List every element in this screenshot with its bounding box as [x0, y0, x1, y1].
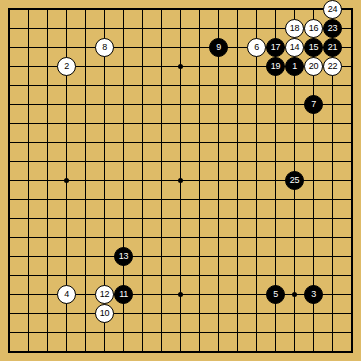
- intersection[interactable]: [57, 19, 76, 38]
- intersection[interactable]: [209, 342, 228, 361]
- intersection[interactable]: [342, 152, 361, 171]
- intersection[interactable]: [228, 95, 247, 114]
- intersection[interactable]: [38, 0, 57, 19]
- intersection[interactable]: [38, 323, 57, 342]
- intersection[interactable]: [76, 57, 95, 76]
- intersection[interactable]: [266, 190, 285, 209]
- intersection[interactable]: [152, 209, 171, 228]
- intersection[interactable]: [38, 285, 57, 304]
- intersection[interactable]: [57, 190, 76, 209]
- white-stone[interactable]: 2: [57, 57, 76, 76]
- intersection[interactable]: [171, 38, 190, 57]
- intersection[interactable]: [38, 209, 57, 228]
- intersection[interactable]: [285, 133, 304, 152]
- intersection[interactable]: [247, 171, 266, 190]
- intersection[interactable]: [209, 247, 228, 266]
- intersection[interactable]: [342, 323, 361, 342]
- intersection[interactable]: [133, 95, 152, 114]
- intersection[interactable]: [209, 95, 228, 114]
- intersection[interactable]: [323, 304, 342, 323]
- intersection[interactable]: [247, 19, 266, 38]
- white-stone[interactable]: 6: [247, 38, 266, 57]
- black-stone[interactable]: 17: [266, 38, 285, 57]
- intersection[interactable]: [285, 247, 304, 266]
- intersection[interactable]: [19, 95, 38, 114]
- black-stone[interactable]: 1: [285, 57, 304, 76]
- intersection[interactable]: [38, 19, 57, 38]
- intersection[interactable]: [152, 247, 171, 266]
- intersection[interactable]: [0, 304, 19, 323]
- intersection[interactable]: [114, 304, 133, 323]
- intersection[interactable]: [209, 228, 228, 247]
- intersection[interactable]: [114, 38, 133, 57]
- intersection[interactable]: [171, 57, 190, 76]
- intersection[interactable]: [285, 342, 304, 361]
- intersection[interactable]: [342, 0, 361, 19]
- intersection[interactable]: [304, 342, 323, 361]
- intersection[interactable]: [0, 76, 19, 95]
- intersection[interactable]: [76, 0, 95, 19]
- intersection[interactable]: [76, 152, 95, 171]
- intersection[interactable]: [114, 0, 133, 19]
- intersection[interactable]: [342, 228, 361, 247]
- intersection[interactable]: [133, 19, 152, 38]
- intersection[interactable]: 17: [266, 38, 285, 57]
- intersection[interactable]: [304, 0, 323, 19]
- intersection[interactable]: [0, 190, 19, 209]
- intersection[interactable]: [57, 114, 76, 133]
- intersection[interactable]: [228, 0, 247, 19]
- intersection[interactable]: [0, 114, 19, 133]
- intersection[interactable]: 10: [95, 304, 114, 323]
- intersection[interactable]: [95, 0, 114, 19]
- intersection[interactable]: [38, 304, 57, 323]
- intersection[interactable]: [228, 152, 247, 171]
- intersection[interactable]: [19, 228, 38, 247]
- intersection[interactable]: [247, 190, 266, 209]
- intersection[interactable]: [0, 0, 19, 19]
- intersection[interactable]: [19, 133, 38, 152]
- black-stone[interactable]: 23: [323, 19, 342, 38]
- intersection[interactable]: [114, 133, 133, 152]
- intersection[interactable]: [228, 266, 247, 285]
- intersection[interactable]: [304, 152, 323, 171]
- intersection[interactable]: [342, 133, 361, 152]
- intersection[interactable]: [114, 228, 133, 247]
- black-stone[interactable]: 9: [209, 38, 228, 57]
- intersection[interactable]: [19, 76, 38, 95]
- intersection[interactable]: [76, 266, 95, 285]
- intersection[interactable]: [247, 304, 266, 323]
- intersection[interactable]: [171, 171, 190, 190]
- intersection[interactable]: [171, 285, 190, 304]
- intersection[interactable]: [171, 266, 190, 285]
- intersection[interactable]: [152, 57, 171, 76]
- white-stone[interactable]: 10: [95, 304, 114, 323]
- intersection[interactable]: [0, 266, 19, 285]
- intersection[interactable]: [171, 76, 190, 95]
- intersection[interactable]: [266, 228, 285, 247]
- intersection[interactable]: [133, 228, 152, 247]
- intersection[interactable]: [209, 19, 228, 38]
- intersection[interactable]: [114, 209, 133, 228]
- intersection[interactable]: [285, 304, 304, 323]
- intersection[interactable]: [285, 285, 304, 304]
- black-stone[interactable]: 3: [304, 285, 323, 304]
- intersection[interactable]: [0, 152, 19, 171]
- intersection[interactable]: [266, 114, 285, 133]
- intersection[interactable]: [342, 266, 361, 285]
- intersection[interactable]: [304, 247, 323, 266]
- intersection[interactable]: [342, 190, 361, 209]
- intersection[interactable]: [38, 76, 57, 95]
- intersection[interactable]: [95, 228, 114, 247]
- intersection[interactable]: [76, 247, 95, 266]
- intersection[interactable]: [209, 57, 228, 76]
- intersection[interactable]: [323, 152, 342, 171]
- intersection[interactable]: [152, 323, 171, 342]
- intersection[interactable]: [57, 266, 76, 285]
- intersection[interactable]: [133, 114, 152, 133]
- intersection[interactable]: 2: [57, 57, 76, 76]
- intersection[interactable]: [228, 114, 247, 133]
- intersection[interactable]: [95, 323, 114, 342]
- intersection[interactable]: [133, 76, 152, 95]
- intersection[interactable]: [323, 209, 342, 228]
- intersection[interactable]: [190, 171, 209, 190]
- intersection[interactable]: [38, 152, 57, 171]
- intersection[interactable]: [38, 190, 57, 209]
- intersection[interactable]: [76, 171, 95, 190]
- intersection[interactable]: [133, 0, 152, 19]
- intersection[interactable]: [190, 133, 209, 152]
- intersection[interactable]: [171, 190, 190, 209]
- intersection[interactable]: [323, 266, 342, 285]
- intersection[interactable]: [247, 247, 266, 266]
- intersection[interactable]: [266, 0, 285, 19]
- intersection[interactable]: [171, 19, 190, 38]
- intersection[interactable]: [209, 190, 228, 209]
- intersection[interactable]: [152, 285, 171, 304]
- intersection[interactable]: [95, 209, 114, 228]
- intersection[interactable]: [323, 247, 342, 266]
- intersection[interactable]: [171, 95, 190, 114]
- intersection[interactable]: [76, 342, 95, 361]
- intersection[interactable]: 14: [285, 38, 304, 57]
- intersection[interactable]: [19, 285, 38, 304]
- intersection[interactable]: 21: [323, 38, 342, 57]
- intersection[interactable]: [190, 342, 209, 361]
- intersection[interactable]: [95, 76, 114, 95]
- intersection[interactable]: [228, 247, 247, 266]
- intersection[interactable]: 3: [304, 285, 323, 304]
- intersection[interactable]: [152, 190, 171, 209]
- intersection[interactable]: [285, 190, 304, 209]
- intersection[interactable]: [152, 95, 171, 114]
- intersection[interactable]: [266, 171, 285, 190]
- intersection[interactable]: [247, 76, 266, 95]
- intersection[interactable]: [323, 323, 342, 342]
- intersection[interactable]: [38, 247, 57, 266]
- white-stone[interactable]: 20: [304, 57, 323, 76]
- intersection[interactable]: [342, 38, 361, 57]
- intersection[interactable]: [76, 323, 95, 342]
- intersection[interactable]: [95, 190, 114, 209]
- intersection[interactable]: [190, 152, 209, 171]
- intersection[interactable]: [0, 19, 19, 38]
- intersection[interactable]: [342, 57, 361, 76]
- intersection[interactable]: [133, 342, 152, 361]
- intersection[interactable]: [285, 0, 304, 19]
- intersection[interactable]: [114, 76, 133, 95]
- intersection[interactable]: [76, 76, 95, 95]
- intersection[interactable]: [152, 171, 171, 190]
- intersection[interactable]: [76, 228, 95, 247]
- intersection[interactable]: [304, 209, 323, 228]
- intersection[interactable]: [76, 190, 95, 209]
- intersection[interactable]: [57, 76, 76, 95]
- intersection[interactable]: [114, 190, 133, 209]
- intersection[interactable]: [0, 323, 19, 342]
- intersection[interactable]: [114, 57, 133, 76]
- intersection[interactable]: 23: [323, 19, 342, 38]
- intersection[interactable]: [95, 133, 114, 152]
- black-stone[interactable]: 21: [323, 38, 342, 57]
- intersection[interactable]: [38, 38, 57, 57]
- intersection[interactable]: [171, 152, 190, 171]
- intersection[interactable]: [38, 342, 57, 361]
- intersection[interactable]: [190, 247, 209, 266]
- intersection[interactable]: [228, 323, 247, 342]
- intersection[interactable]: 18: [285, 19, 304, 38]
- intersection[interactable]: [247, 114, 266, 133]
- intersection[interactable]: [38, 228, 57, 247]
- intersection[interactable]: [114, 95, 133, 114]
- intersection[interactable]: [19, 190, 38, 209]
- intersection[interactable]: [76, 114, 95, 133]
- intersection[interactable]: 1: [285, 57, 304, 76]
- intersection[interactable]: [247, 323, 266, 342]
- intersection[interactable]: [76, 19, 95, 38]
- intersection[interactable]: [304, 171, 323, 190]
- intersection[interactable]: [285, 152, 304, 171]
- intersection[interactable]: [266, 152, 285, 171]
- intersection[interactable]: [285, 323, 304, 342]
- intersection[interactable]: [19, 171, 38, 190]
- intersection[interactable]: [95, 342, 114, 361]
- intersection[interactable]: [19, 247, 38, 266]
- intersection[interactable]: [152, 38, 171, 57]
- intersection[interactable]: 6: [247, 38, 266, 57]
- intersection[interactable]: [152, 152, 171, 171]
- intersection[interactable]: [342, 76, 361, 95]
- intersection[interactable]: 8: [95, 38, 114, 57]
- intersection[interactable]: [171, 304, 190, 323]
- intersection[interactable]: [0, 285, 19, 304]
- intersection[interactable]: [171, 342, 190, 361]
- intersection[interactable]: [304, 228, 323, 247]
- intersection[interactable]: [323, 190, 342, 209]
- intersection[interactable]: [342, 342, 361, 361]
- intersection[interactable]: [209, 76, 228, 95]
- intersection[interactable]: [133, 190, 152, 209]
- intersection[interactable]: [247, 57, 266, 76]
- intersection[interactable]: [0, 228, 19, 247]
- intersection[interactable]: [228, 171, 247, 190]
- intersection[interactable]: [114, 114, 133, 133]
- intersection[interactable]: [190, 95, 209, 114]
- white-stone[interactable]: 24: [323, 0, 342, 19]
- intersection[interactable]: [19, 209, 38, 228]
- intersection[interactable]: [57, 228, 76, 247]
- intersection[interactable]: [190, 285, 209, 304]
- intersection[interactable]: 11: [114, 285, 133, 304]
- intersection[interactable]: [247, 228, 266, 247]
- intersection[interactable]: [133, 247, 152, 266]
- intersection[interactable]: [95, 152, 114, 171]
- black-stone[interactable]: 25: [285, 171, 304, 190]
- intersection[interactable]: [266, 209, 285, 228]
- intersection[interactable]: [266, 19, 285, 38]
- intersection[interactable]: [209, 266, 228, 285]
- intersection[interactable]: 5: [266, 285, 285, 304]
- black-stone[interactable]: 15: [304, 38, 323, 57]
- intersection[interactable]: [171, 114, 190, 133]
- black-stone[interactable]: 13: [114, 247, 133, 266]
- white-stone[interactable]: 4: [57, 285, 76, 304]
- intersection[interactable]: [114, 323, 133, 342]
- intersection[interactable]: [266, 133, 285, 152]
- intersection[interactable]: [304, 133, 323, 152]
- intersection[interactable]: [114, 19, 133, 38]
- intersection[interactable]: [38, 114, 57, 133]
- intersection[interactable]: [228, 304, 247, 323]
- intersection[interactable]: [171, 133, 190, 152]
- intersection[interactable]: 20: [304, 57, 323, 76]
- intersection[interactable]: 12: [95, 285, 114, 304]
- intersection[interactable]: [323, 342, 342, 361]
- intersection[interactable]: [304, 76, 323, 95]
- intersection[interactable]: [133, 323, 152, 342]
- intersection[interactable]: [0, 57, 19, 76]
- intersection[interactable]: 9: [209, 38, 228, 57]
- intersection[interactable]: [342, 209, 361, 228]
- intersection[interactable]: [171, 323, 190, 342]
- intersection[interactable]: [57, 323, 76, 342]
- intersection[interactable]: 13: [114, 247, 133, 266]
- intersection[interactable]: [133, 266, 152, 285]
- intersection[interactable]: [133, 285, 152, 304]
- intersection[interactable]: [247, 152, 266, 171]
- intersection[interactable]: 7: [304, 95, 323, 114]
- intersection[interactable]: [76, 95, 95, 114]
- intersection[interactable]: [342, 304, 361, 323]
- intersection[interactable]: [323, 114, 342, 133]
- intersection[interactable]: [247, 95, 266, 114]
- intersection[interactable]: [190, 114, 209, 133]
- intersection[interactable]: [323, 285, 342, 304]
- intersection[interactable]: [266, 95, 285, 114]
- intersection[interactable]: [133, 38, 152, 57]
- intersection[interactable]: [190, 228, 209, 247]
- intersection[interactable]: [228, 57, 247, 76]
- white-stone[interactable]: 12: [95, 285, 114, 304]
- white-stone[interactable]: 8: [95, 38, 114, 57]
- intersection[interactable]: [342, 285, 361, 304]
- intersection[interactable]: [0, 38, 19, 57]
- intersection[interactable]: [304, 304, 323, 323]
- intersection[interactable]: [38, 266, 57, 285]
- intersection[interactable]: [133, 304, 152, 323]
- intersection[interactable]: [323, 133, 342, 152]
- intersection[interactable]: [114, 171, 133, 190]
- intersection[interactable]: [247, 266, 266, 285]
- intersection[interactable]: [57, 95, 76, 114]
- intersection[interactable]: [114, 152, 133, 171]
- intersection[interactable]: [57, 152, 76, 171]
- intersection[interactable]: [133, 57, 152, 76]
- intersection[interactable]: [95, 247, 114, 266]
- intersection[interactable]: [133, 152, 152, 171]
- intersection[interactable]: [95, 19, 114, 38]
- intersection[interactable]: [247, 209, 266, 228]
- intersection[interactable]: [38, 57, 57, 76]
- intersection[interactable]: [0, 247, 19, 266]
- intersection[interactable]: [285, 228, 304, 247]
- intersection[interactable]: [209, 133, 228, 152]
- intersection[interactable]: [190, 38, 209, 57]
- intersection[interactable]: [285, 266, 304, 285]
- intersection[interactable]: 25: [285, 171, 304, 190]
- intersection[interactable]: [190, 57, 209, 76]
- intersection[interactable]: 19: [266, 57, 285, 76]
- intersection[interactable]: [57, 0, 76, 19]
- intersection[interactable]: [190, 19, 209, 38]
- intersection[interactable]: [19, 19, 38, 38]
- intersection[interactable]: [266, 323, 285, 342]
- intersection[interactable]: [190, 304, 209, 323]
- intersection[interactable]: [38, 95, 57, 114]
- intersection[interactable]: [247, 285, 266, 304]
- white-stone[interactable]: 16: [304, 19, 323, 38]
- intersection[interactable]: [19, 57, 38, 76]
- intersection[interactable]: [304, 114, 323, 133]
- intersection[interactable]: [342, 247, 361, 266]
- intersection[interactable]: [19, 152, 38, 171]
- intersection[interactable]: [57, 304, 76, 323]
- intersection[interactable]: [342, 95, 361, 114]
- intersection[interactable]: [76, 133, 95, 152]
- intersection[interactable]: [247, 133, 266, 152]
- intersection[interactable]: [19, 342, 38, 361]
- intersection[interactable]: [0, 133, 19, 152]
- intersection[interactable]: [323, 228, 342, 247]
- intersection[interactable]: [228, 38, 247, 57]
- intersection[interactable]: [57, 38, 76, 57]
- intersection[interactable]: [323, 76, 342, 95]
- intersection[interactable]: [19, 114, 38, 133]
- black-stone[interactable]: 19: [266, 57, 285, 76]
- intersection[interactable]: [76, 209, 95, 228]
- intersection[interactable]: [0, 209, 19, 228]
- intersection[interactable]: [285, 76, 304, 95]
- intersection[interactable]: [76, 285, 95, 304]
- intersection[interactable]: [209, 114, 228, 133]
- black-stone[interactable]: 5: [266, 285, 285, 304]
- intersection[interactable]: [19, 304, 38, 323]
- intersection[interactable]: [228, 209, 247, 228]
- intersection[interactable]: [152, 114, 171, 133]
